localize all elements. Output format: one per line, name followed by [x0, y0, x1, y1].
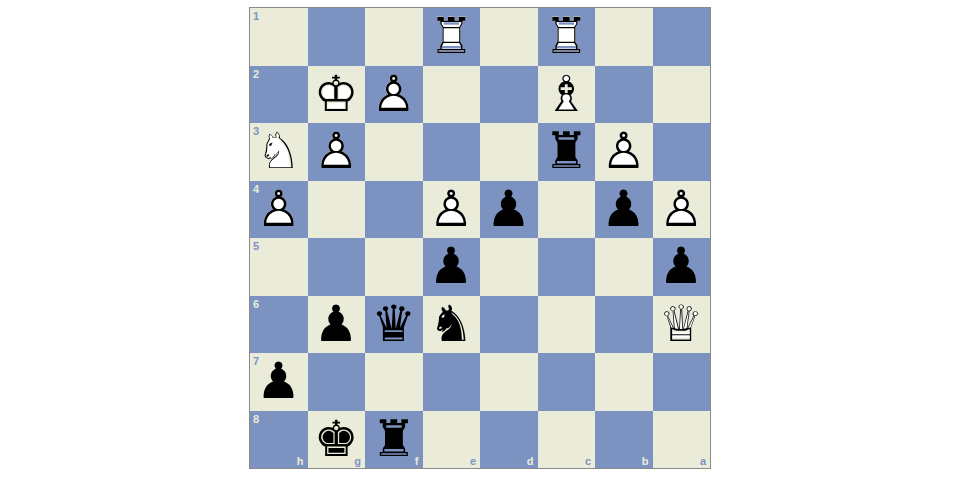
square-b3[interactable]: ♙ — [595, 123, 653, 181]
piece-black-pawn-d4[interactable]: ♟ — [480, 181, 538, 239]
square-b5[interactable] — [595, 238, 653, 296]
piece-white-pawn-h4[interactable]: ♙ — [250, 181, 308, 239]
square-g7[interactable] — [308, 353, 366, 411]
file-label-h: h — [297, 455, 304, 467]
piece-white-rook-c1[interactable]: ♖ — [538, 8, 596, 66]
square-g5[interactable] — [308, 238, 366, 296]
rank-label-8: 8 — [253, 413, 259, 425]
file-label-a: a — [700, 455, 706, 467]
chess-board-frame: 1♖♖2♔♙♗3♘♙♜♙4♙♙♟♟♙5♟♟6♟♛♞♕7♟8hg♚f♜edcba — [249, 7, 711, 469]
square-b8[interactable]: b — [595, 411, 653, 469]
piece-white-pawn-g3[interactable]: ♙ — [308, 123, 366, 181]
piece-black-rook-f8[interactable]: ♜ — [365, 411, 423, 469]
file-label-e: e — [470, 455, 476, 467]
square-g2[interactable]: ♔ — [308, 66, 366, 124]
rank-label-6: 6 — [253, 298, 259, 310]
square-c6[interactable] — [538, 296, 596, 354]
chess-board: 1♖♖2♔♙♗3♘♙♜♙4♙♙♟♟♙5♟♟6♟♛♞♕7♟8hg♚f♜edcba — [250, 8, 710, 468]
square-c1[interactable]: ♖ — [538, 8, 596, 66]
piece-black-queen-f6[interactable]: ♛ — [365, 296, 423, 354]
piece-white-pawn-b3[interactable]: ♙ — [595, 123, 653, 181]
square-e1[interactable]: ♖ — [423, 8, 481, 66]
rank-label-2: 2 — [253, 68, 259, 80]
square-d8[interactable]: d — [480, 411, 538, 469]
rank-label-1: 1 — [253, 10, 259, 22]
square-d5[interactable] — [480, 238, 538, 296]
square-c8[interactable]: c — [538, 411, 596, 469]
square-d2[interactable] — [480, 66, 538, 124]
square-e2[interactable] — [423, 66, 481, 124]
square-g1[interactable] — [308, 8, 366, 66]
square-e4[interactable]: ♙ — [423, 181, 481, 239]
file-label-d: d — [527, 455, 534, 467]
square-a3[interactable] — [653, 123, 711, 181]
square-c4[interactable] — [538, 181, 596, 239]
square-f6[interactable]: ♛ — [365, 296, 423, 354]
piece-black-pawn-g6[interactable]: ♟ — [308, 296, 366, 354]
square-a4[interactable]: ♙ — [653, 181, 711, 239]
piece-black-rook-c3[interactable]: ♜ — [538, 123, 596, 181]
square-h1[interactable]: 1 — [250, 8, 308, 66]
piece-black-pawn-h7[interactable]: ♟ — [250, 353, 308, 411]
square-a7[interactable] — [653, 353, 711, 411]
square-a8[interactable]: a — [653, 411, 711, 469]
piece-white-bishop-c2[interactable]: ♗ — [538, 66, 596, 124]
square-f1[interactable] — [365, 8, 423, 66]
square-c3[interactable]: ♜ — [538, 123, 596, 181]
square-d7[interactable] — [480, 353, 538, 411]
square-c5[interactable] — [538, 238, 596, 296]
square-g3[interactable]: ♙ — [308, 123, 366, 181]
square-d3[interactable] — [480, 123, 538, 181]
square-d4[interactable]: ♟ — [480, 181, 538, 239]
piece-white-rook-e1[interactable]: ♖ — [423, 8, 481, 66]
piece-black-knight-e6[interactable]: ♞ — [423, 296, 481, 354]
square-f2[interactable]: ♙ — [365, 66, 423, 124]
piece-black-king-g8[interactable]: ♚ — [308, 411, 366, 469]
piece-white-pawn-a4[interactable]: ♙ — [653, 181, 711, 239]
piece-white-pawn-e4[interactable]: ♙ — [423, 181, 481, 239]
square-b7[interactable] — [595, 353, 653, 411]
square-e6[interactable]: ♞ — [423, 296, 481, 354]
square-h5[interactable]: 5 — [250, 238, 308, 296]
piece-white-pawn-f2[interactable]: ♙ — [365, 66, 423, 124]
square-b1[interactable] — [595, 8, 653, 66]
piece-black-pawn-a5[interactable]: ♟ — [653, 238, 711, 296]
square-e8[interactable]: e — [423, 411, 481, 469]
square-a2[interactable] — [653, 66, 711, 124]
square-h6[interactable]: 6 — [250, 296, 308, 354]
square-a1[interactable] — [653, 8, 711, 66]
square-h4[interactable]: 4♙ — [250, 181, 308, 239]
file-label-b: b — [642, 455, 649, 467]
square-g8[interactable]: g♚ — [308, 411, 366, 469]
square-d6[interactable] — [480, 296, 538, 354]
square-e3[interactable] — [423, 123, 481, 181]
square-b6[interactable] — [595, 296, 653, 354]
square-e7[interactable] — [423, 353, 481, 411]
square-h3[interactable]: 3♘ — [250, 123, 308, 181]
square-c2[interactable]: ♗ — [538, 66, 596, 124]
square-h7[interactable]: 7♟ — [250, 353, 308, 411]
square-h8[interactable]: 8h — [250, 411, 308, 469]
square-g4[interactable] — [308, 181, 366, 239]
square-a5[interactable]: ♟ — [653, 238, 711, 296]
square-c7[interactable] — [538, 353, 596, 411]
piece-black-pawn-b4[interactable]: ♟ — [595, 181, 653, 239]
square-a6[interactable]: ♕ — [653, 296, 711, 354]
square-h2[interactable]: 2 — [250, 66, 308, 124]
square-f8[interactable]: f♜ — [365, 411, 423, 469]
square-g6[interactable]: ♟ — [308, 296, 366, 354]
square-d1[interactable] — [480, 8, 538, 66]
piece-black-pawn-e5[interactable]: ♟ — [423, 238, 481, 296]
piece-white-king-g2[interactable]: ♔ — [308, 66, 366, 124]
square-f3[interactable] — [365, 123, 423, 181]
square-f4[interactable] — [365, 181, 423, 239]
rank-label-5: 5 — [253, 240, 259, 252]
piece-white-queen-a6[interactable]: ♕ — [653, 296, 711, 354]
piece-white-knight-h3[interactable]: ♘ — [250, 123, 308, 181]
square-b2[interactable] — [595, 66, 653, 124]
square-b4[interactable]: ♟ — [595, 181, 653, 239]
file-label-c: c — [585, 455, 591, 467]
square-f5[interactable] — [365, 238, 423, 296]
square-f7[interactable] — [365, 353, 423, 411]
square-e5[interactable]: ♟ — [423, 238, 481, 296]
